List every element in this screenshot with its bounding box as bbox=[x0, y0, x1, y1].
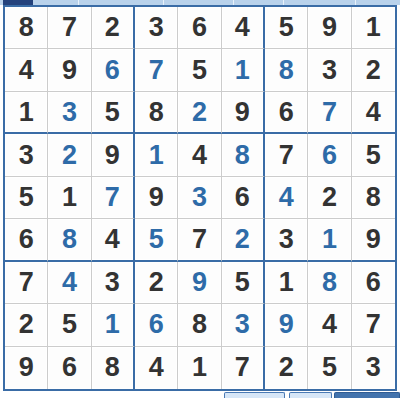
entered-digit: 1 bbox=[149, 142, 164, 169]
sudoku-cell[interactable]: 2 bbox=[352, 49, 395, 91]
entered-digit: 3 bbox=[62, 99, 77, 126]
entered-digit: 8 bbox=[279, 57, 294, 84]
given-digit: 3 bbox=[366, 354, 381, 381]
sudoku-cell[interactable]: 4 bbox=[352, 92, 395, 134]
given-digit: 4 bbox=[149, 354, 164, 381]
entered-digit: 6 bbox=[105, 57, 120, 84]
sudoku-cell[interactable]: 9 bbox=[48, 49, 91, 91]
sudoku-cell[interactable]: 5 bbox=[222, 262, 265, 304]
entered-digit: 2 bbox=[192, 99, 207, 126]
sudoku-cell[interactable]: 8 bbox=[222, 134, 265, 176]
given-digit: 3 bbox=[279, 226, 294, 253]
sudoku-cell[interactable]: 1 bbox=[135, 134, 178, 176]
given-digit: 1 bbox=[62, 184, 77, 211]
given-digit: 6 bbox=[19, 226, 34, 253]
entered-digit: 4 bbox=[279, 184, 294, 211]
given-digit: 6 bbox=[192, 14, 207, 41]
sudoku-cell[interactable]: 9 bbox=[178, 262, 221, 304]
given-digit: 5 bbox=[192, 57, 207, 84]
sudoku-cell[interactable]: 6 bbox=[5, 219, 48, 261]
given-digit: 7 bbox=[366, 311, 381, 338]
sudoku-cell[interactable]: 9 bbox=[352, 219, 395, 261]
given-digit: 4 bbox=[235, 14, 250, 41]
given-digit: 5 bbox=[62, 311, 77, 338]
sudoku-cell[interactable]: 4 bbox=[265, 177, 308, 219]
sudoku-cell[interactable]: 1 bbox=[308, 219, 351, 261]
sudoku-cell[interactable]: 6 bbox=[135, 304, 178, 346]
given-digit: 6 bbox=[366, 269, 381, 296]
sudoku-cell[interactable]: 3 bbox=[92, 262, 135, 304]
sudoku-cell[interactable]: 2 bbox=[222, 219, 265, 261]
given-digit: 8 bbox=[149, 99, 164, 126]
sudoku-cell[interactable]: 1 bbox=[5, 92, 48, 134]
sudoku-cell[interactable]: 5 bbox=[48, 304, 91, 346]
sudoku-cell[interactable]: 9 bbox=[92, 134, 135, 176]
given-digit: 2 bbox=[279, 354, 294, 381]
entered-digit: 3 bbox=[235, 311, 250, 338]
sudoku-cell[interactable]: 5 bbox=[135, 219, 178, 261]
sudoku-cell[interactable]: 5 bbox=[92, 92, 135, 134]
given-digit: 5 bbox=[279, 14, 294, 41]
given-digit: 2 bbox=[19, 311, 34, 338]
given-digit: 1 bbox=[279, 269, 294, 296]
given-digit: 2 bbox=[149, 269, 164, 296]
sudoku-cell[interactable]: 1 bbox=[92, 304, 135, 346]
given-digit: 9 bbox=[19, 354, 34, 381]
sudoku-cell[interactable]: 4 bbox=[48, 262, 91, 304]
sudoku-cell[interactable]: 4 bbox=[222, 7, 265, 49]
sudoku-cell[interactable]: 3 bbox=[178, 177, 221, 219]
sudoku-cell[interactable]: 9 bbox=[5, 347, 48, 389]
sudoku-cell[interactable]: 9 bbox=[265, 304, 308, 346]
given-digit: 9 bbox=[149, 184, 164, 211]
given-digit: 4 bbox=[322, 311, 337, 338]
given-digit: 9 bbox=[105, 142, 120, 169]
entered-digit: 6 bbox=[322, 142, 337, 169]
sudoku-cell[interactable]: 8 bbox=[178, 304, 221, 346]
given-digit: 7 bbox=[279, 142, 294, 169]
sudoku-cell[interactable]: 4 bbox=[135, 347, 178, 389]
sudoku-cell[interactable]: 6 bbox=[48, 347, 91, 389]
given-digit: 7 bbox=[235, 354, 250, 381]
given-digit: 1 bbox=[366, 14, 381, 41]
given-digit: 9 bbox=[62, 57, 77, 84]
given-digit: 2 bbox=[366, 57, 381, 84]
entered-digit: 4 bbox=[62, 269, 77, 296]
sudoku-cell[interactable]: 9 bbox=[222, 92, 265, 134]
sudoku-cell[interactable]: 6 bbox=[222, 177, 265, 219]
sudoku-cell[interactable]: 4 bbox=[92, 219, 135, 261]
sudoku-cell[interactable]: 2 bbox=[265, 347, 308, 389]
entered-digit: 7 bbox=[105, 184, 120, 211]
sudoku-cell[interactable]: 7 bbox=[222, 347, 265, 389]
sudoku-cell[interactable]: 2 bbox=[308, 177, 351, 219]
sudoku-cell[interactable]: 1 bbox=[48, 177, 91, 219]
sudoku-cell[interactable]: 6 bbox=[178, 7, 221, 49]
sudoku-cell[interactable]: 7 bbox=[265, 134, 308, 176]
sudoku-board: 8723645914967518321358296743291487655179… bbox=[3, 5, 397, 391]
given-digit: 8 bbox=[192, 311, 207, 338]
given-digit: 5 bbox=[322, 354, 337, 381]
given-digit: 3 bbox=[19, 142, 34, 169]
given-digit: 7 bbox=[192, 226, 207, 253]
sudoku-cell[interactable]: 3 bbox=[265, 219, 308, 261]
entered-digit: 1 bbox=[322, 226, 337, 253]
given-digit: 9 bbox=[366, 226, 381, 253]
sudoku-cell[interactable]: 8 bbox=[48, 219, 91, 261]
sudoku-cell[interactable]: 2 bbox=[92, 7, 135, 49]
sudoku-cell[interactable]: 4 bbox=[5, 49, 48, 91]
entered-digit: 9 bbox=[192, 269, 207, 296]
sudoku-cell[interactable]: 2 bbox=[48, 134, 91, 176]
given-digit: 5 bbox=[105, 99, 120, 126]
sudoku-cell[interactable]: 3 bbox=[48, 92, 91, 134]
sudoku-cell[interactable]: 9 bbox=[135, 177, 178, 219]
sudoku-cell[interactable]: 6 bbox=[308, 134, 351, 176]
entered-digit: 1 bbox=[105, 311, 120, 338]
given-digit: 9 bbox=[235, 99, 250, 126]
sudoku-screen: 8723645914967518321358296743291487655179… bbox=[0, 0, 400, 398]
given-digit: 8 bbox=[366, 184, 381, 211]
given-digit: 7 bbox=[19, 269, 34, 296]
given-digit: 2 bbox=[105, 14, 120, 41]
sudoku-cell[interactable]: 7 bbox=[352, 304, 395, 346]
sudoku-cell[interactable]: 3 bbox=[352, 347, 395, 389]
sudoku-cell[interactable]: 8 bbox=[352, 177, 395, 219]
sudoku-cell[interactable]: 2 bbox=[135, 262, 178, 304]
entered-digit: 2 bbox=[235, 226, 250, 253]
sudoku-cell[interactable]: 2 bbox=[178, 92, 221, 134]
sudoku-cell[interactable]: 2 bbox=[5, 304, 48, 346]
bottom-button-2[interactable] bbox=[289, 392, 332, 398]
sudoku-cell[interactable]: 3 bbox=[222, 304, 265, 346]
sudoku-cell[interactable]: 8 bbox=[92, 347, 135, 389]
bottom-toolbar-sliver bbox=[0, 391, 400, 398]
bottom-button-3[interactable] bbox=[334, 392, 400, 398]
given-digit: 6 bbox=[235, 184, 250, 211]
sudoku-cell[interactable]: 6 bbox=[352, 262, 395, 304]
sudoku-cell[interactable]: 8 bbox=[135, 92, 178, 134]
entered-digit: 8 bbox=[322, 269, 337, 296]
sudoku-cell[interactable]: 7 bbox=[48, 7, 91, 49]
entered-digit: 7 bbox=[322, 99, 337, 126]
given-digit: 8 bbox=[105, 354, 120, 381]
sudoku-cell[interactable]: 8 bbox=[5, 7, 48, 49]
sudoku-cell[interactable]: 6 bbox=[265, 92, 308, 134]
sudoku-cell[interactable]: 4 bbox=[178, 134, 221, 176]
sudoku-cell[interactable]: 7 bbox=[5, 262, 48, 304]
sudoku-cell[interactable]: 6 bbox=[92, 49, 135, 91]
sudoku-cell[interactable]: 1 bbox=[178, 347, 221, 389]
sudoku-cell[interactable]: 9 bbox=[308, 7, 351, 49]
sudoku-cell[interactable]: 1 bbox=[265, 262, 308, 304]
given-digit: 7 bbox=[62, 14, 77, 41]
given-digit: 4 bbox=[366, 99, 381, 126]
given-digit: 6 bbox=[62, 354, 77, 381]
sudoku-cell[interactable]: 3 bbox=[135, 7, 178, 49]
given-digit: 9 bbox=[322, 14, 337, 41]
sudoku-cell[interactable]: 7 bbox=[135, 49, 178, 91]
given-digit: 5 bbox=[19, 184, 34, 211]
sudoku-cell[interactable]: 7 bbox=[308, 92, 351, 134]
sudoku-cell[interactable]: 4 bbox=[308, 304, 351, 346]
entered-digit: 6 bbox=[149, 311, 164, 338]
given-digit: 4 bbox=[105, 226, 120, 253]
given-digit: 3 bbox=[105, 269, 120, 296]
entered-digit: 3 bbox=[192, 184, 207, 211]
sudoku-cell[interactable]: 1 bbox=[352, 7, 395, 49]
given-digit: 1 bbox=[19, 99, 34, 126]
bottom-button-1[interactable] bbox=[224, 392, 285, 398]
sudoku-cell[interactable]: 5 bbox=[308, 347, 351, 389]
sudoku-cell[interactable]: 5 bbox=[265, 7, 308, 49]
given-digit: 2 bbox=[322, 184, 337, 211]
entered-digit: 2 bbox=[62, 142, 77, 169]
given-digit: 5 bbox=[235, 269, 250, 296]
sudoku-cell[interactable]: 8 bbox=[265, 49, 308, 91]
sudoku-cell[interactable]: 1 bbox=[222, 49, 265, 91]
given-digit: 8 bbox=[19, 14, 34, 41]
sudoku-cell[interactable]: 5 bbox=[352, 134, 395, 176]
given-digit: 5 bbox=[366, 142, 381, 169]
sudoku-cell[interactable]: 8 bbox=[308, 262, 351, 304]
given-digit: 4 bbox=[19, 57, 34, 84]
entered-digit: 8 bbox=[62, 226, 77, 253]
entered-digit: 9 bbox=[279, 311, 294, 338]
sudoku-cell[interactable]: 5 bbox=[178, 49, 221, 91]
entered-digit: 5 bbox=[149, 226, 164, 253]
sudoku-cell[interactable]: 7 bbox=[92, 177, 135, 219]
given-digit: 3 bbox=[322, 57, 337, 84]
given-digit: 4 bbox=[192, 142, 207, 169]
sudoku-cell[interactable]: 7 bbox=[178, 219, 221, 261]
entered-digit: 8 bbox=[235, 142, 250, 169]
given-digit: 1 bbox=[192, 354, 207, 381]
sudoku-cell[interactable]: 3 bbox=[5, 134, 48, 176]
sudoku-cell[interactable]: 3 bbox=[308, 49, 351, 91]
entered-digit: 1 bbox=[235, 57, 250, 84]
given-digit: 6 bbox=[279, 99, 294, 126]
given-digit: 3 bbox=[149, 14, 164, 41]
entered-digit: 7 bbox=[149, 57, 164, 84]
sudoku-cell[interactable]: 5 bbox=[5, 177, 48, 219]
